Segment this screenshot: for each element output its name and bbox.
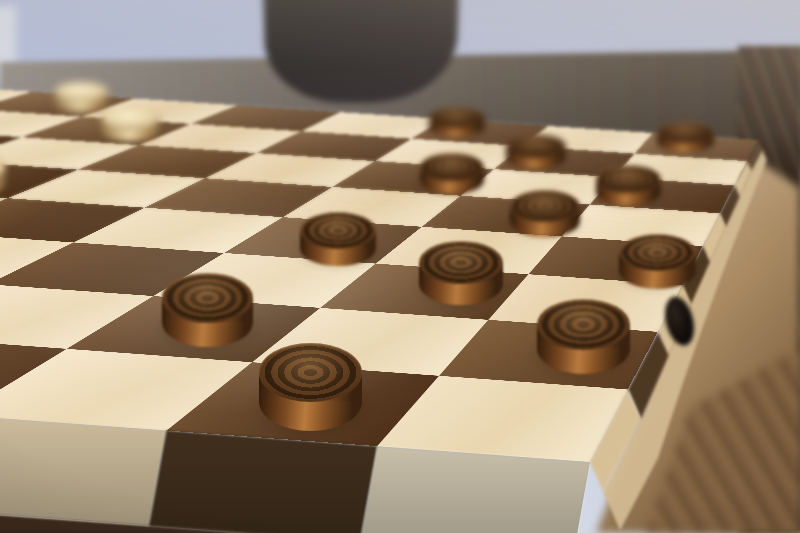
dark-checker-piece[interactable] xyxy=(419,241,502,305)
piece-top xyxy=(420,153,484,181)
pieces-layer xyxy=(0,0,800,533)
dark-checker-piece[interactable] xyxy=(619,234,696,289)
dark-checker-piece[interactable] xyxy=(300,212,376,266)
dark-checker-piece[interactable] xyxy=(259,343,362,431)
dark-checker-piece[interactable] xyxy=(537,299,630,374)
piece-top xyxy=(619,234,696,271)
piece-top xyxy=(657,122,714,143)
piece-top xyxy=(537,299,630,349)
piece-top xyxy=(510,190,580,222)
dark-checker-piece[interactable] xyxy=(596,165,661,206)
piece-top xyxy=(162,273,254,322)
piece-top xyxy=(300,212,376,249)
piece-top xyxy=(429,107,485,128)
dark-checker-piece[interactable] xyxy=(420,153,484,194)
light-checker-piece[interactable] xyxy=(101,107,160,142)
dark-checker-piece[interactable] xyxy=(510,190,580,237)
dark-checker-piece[interactable] xyxy=(657,122,714,153)
dark-checker-piece[interactable] xyxy=(162,273,254,347)
piece-top xyxy=(596,165,661,193)
piece-top xyxy=(506,134,566,158)
piece-top xyxy=(259,343,362,402)
light-checker-piece[interactable] xyxy=(0,151,6,197)
piece-top xyxy=(419,241,502,284)
scene xyxy=(0,0,800,533)
dark-checker-piece[interactable] xyxy=(506,134,566,169)
dark-checker-piece[interactable] xyxy=(429,107,485,137)
